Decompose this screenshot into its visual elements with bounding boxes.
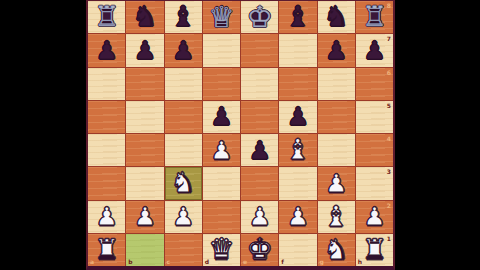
black-pawn[interactable]: ♟ [287, 104, 309, 129]
white-bishop[interactable]: ♝ [324, 203, 349, 231]
black-pawn[interactable]: ♟ [248, 138, 270, 163]
square-a6[interactable] [88, 68, 125, 100]
black-knight[interactable]: ♞ [324, 3, 349, 31]
file-label-e: e [243, 258, 247, 265]
white-pawn[interactable]: ♟ [363, 204, 385, 229]
square-c4[interactable] [165, 134, 202, 166]
square-c3[interactable]: ♞ [165, 167, 202, 199]
white-king[interactable]: ♚ [247, 235, 273, 264]
white-pawn[interactable]: ♟ [210, 138, 232, 163]
black-bishop[interactable]: ♝ [285, 3, 310, 31]
square-b4[interactable] [126, 134, 163, 166]
square-d5[interactable]: ♟ [203, 101, 240, 133]
file-label-c: c [167, 258, 171, 265]
square-b8[interactable]: ♞ [126, 1, 163, 33]
square-f8[interactable]: ♝ [279, 1, 316, 33]
square-f1[interactable]: f [279, 234, 316, 266]
square-f6[interactable] [279, 68, 316, 100]
rank-label-2: 2 [387, 202, 391, 209]
black-queen[interactable]: ♛ [208, 3, 234, 32]
square-e1[interactable]: ♚e [241, 234, 278, 266]
white-rook[interactable]: ♜ [94, 236, 119, 264]
square-f3[interactable] [279, 167, 316, 199]
square-d7[interactable] [203, 34, 240, 66]
square-b7[interactable]: ♟ [126, 34, 163, 66]
white-pawn[interactable]: ♟ [287, 204, 309, 229]
square-c6[interactable] [165, 68, 202, 100]
square-h5[interactable]: 5 [356, 101, 393, 133]
white-rook[interactable]: ♜ [362, 236, 387, 264]
file-label-f: f [281, 258, 284, 265]
file-label-h: h [358, 258, 362, 265]
black-king[interactable]: ♚ [247, 3, 273, 32]
square-c2[interactable]: ♟ [165, 201, 202, 233]
rank-label-3: 3 [387, 168, 391, 175]
rank-label-5: 5 [387, 102, 391, 109]
square-g7[interactable]: ♟ [318, 34, 355, 66]
black-pawn[interactable]: ♟ [134, 38, 156, 63]
square-d2[interactable] [203, 201, 240, 233]
square-d1[interactable]: ♛d [203, 234, 240, 266]
rank-label-8: 8 [387, 2, 391, 9]
square-e7[interactable] [241, 34, 278, 66]
square-b1[interactable]: b [126, 234, 163, 266]
white-knight[interactable]: ♞ [324, 236, 349, 264]
black-pawn[interactable]: ♟ [95, 38, 117, 63]
square-g4[interactable] [318, 134, 355, 166]
rank-label-4: 4 [387, 135, 391, 142]
chess-board: ♜♞♝♛♚♝♞♜8♟♟♟♟♟76♟♟5♟♟♝4♞♟3♟♟♟♟♟♝♟2♜abc♛d… [86, 0, 395, 270]
square-e3[interactable] [241, 167, 278, 199]
square-h8[interactable]: ♜8 [356, 1, 393, 33]
square-e8[interactable]: ♚ [241, 1, 278, 33]
square-g1[interactable]: ♞g [318, 234, 355, 266]
square-h1[interactable]: ♜h1 [356, 234, 393, 266]
app-background: ♜♞♝♛♚♝♞♜8♟♟♟♟♟76♟♟5♟♟♝4♞♟3♟♟♟♟♟♝♟2♜abc♛d… [0, 0, 480, 270]
square-g3[interactable]: ♟ [318, 167, 355, 199]
white-pawn[interactable]: ♟ [172, 204, 194, 229]
black-bishop[interactable]: ♝ [171, 3, 196, 31]
square-b6[interactable] [126, 68, 163, 100]
square-e6[interactable] [241, 68, 278, 100]
square-c1[interactable]: c [165, 234, 202, 266]
square-h6[interactable]: 6 [356, 68, 393, 100]
square-f7[interactable] [279, 34, 316, 66]
white-pawn[interactable]: ♟ [248, 204, 270, 229]
square-g5[interactable] [318, 101, 355, 133]
black-pawn[interactable]: ♟ [363, 38, 385, 63]
square-d4[interactable]: ♟ [203, 134, 240, 166]
square-a8[interactable]: ♜ [88, 1, 125, 33]
square-c8[interactable]: ♝ [165, 1, 202, 33]
square-h4[interactable]: 4 [356, 134, 393, 166]
square-a2[interactable]: ♟ [88, 201, 125, 233]
square-f5[interactable]: ♟ [279, 101, 316, 133]
white-bishop[interactable]: ♝ [285, 136, 310, 164]
square-h3[interactable]: 3 [356, 167, 393, 199]
square-c5[interactable] [165, 101, 202, 133]
square-b5[interactable] [126, 101, 163, 133]
square-d6[interactable] [203, 68, 240, 100]
white-knight[interactable]: ♞ [171, 169, 196, 197]
square-a5[interactable] [88, 101, 125, 133]
square-g6[interactable] [318, 68, 355, 100]
rank-label-6: 6 [387, 69, 391, 76]
white-pawn[interactable]: ♟ [325, 171, 347, 196]
square-g2[interactable]: ♝ [318, 201, 355, 233]
black-pawn[interactable]: ♟ [172, 38, 194, 63]
rank-label-1: 1 [387, 235, 391, 242]
square-a3[interactable] [88, 167, 125, 199]
square-e4[interactable]: ♟ [241, 134, 278, 166]
black-pawn[interactable]: ♟ [325, 38, 347, 63]
square-f2[interactable]: ♟ [279, 201, 316, 233]
square-g8[interactable]: ♞ [318, 1, 355, 33]
black-rook[interactable]: ♜ [362, 3, 387, 31]
file-label-a: a [90, 258, 94, 265]
white-pawn[interactable]: ♟ [134, 204, 156, 229]
square-d8[interactable]: ♛ [203, 1, 240, 33]
file-label-b: b [128, 258, 132, 265]
white-pawn[interactable]: ♟ [95, 204, 117, 229]
file-label-g: g [320, 258, 324, 265]
square-c7[interactable]: ♟ [165, 34, 202, 66]
square-f4[interactable]: ♝ [279, 134, 316, 166]
square-d3[interactable] [203, 167, 240, 199]
black-pawn[interactable]: ♟ [210, 104, 232, 129]
square-e5[interactable] [241, 101, 278, 133]
black-knight[interactable]: ♞ [132, 3, 157, 31]
square-a7[interactable]: ♟ [88, 34, 125, 66]
file-label-d: d [205, 258, 209, 265]
square-a1[interactable]: ♜a [88, 234, 125, 266]
square-e2[interactable]: ♟ [241, 201, 278, 233]
square-h7[interactable]: ♟7 [356, 34, 393, 66]
rank-label-7: 7 [387, 35, 391, 42]
square-b3[interactable] [126, 167, 163, 199]
square-b2[interactable]: ♟ [126, 201, 163, 233]
white-queen[interactable]: ♛ [208, 235, 234, 264]
square-a4[interactable] [88, 134, 125, 166]
black-rook[interactable]: ♜ [94, 3, 119, 31]
square-h2[interactable]: ♟2 [356, 201, 393, 233]
